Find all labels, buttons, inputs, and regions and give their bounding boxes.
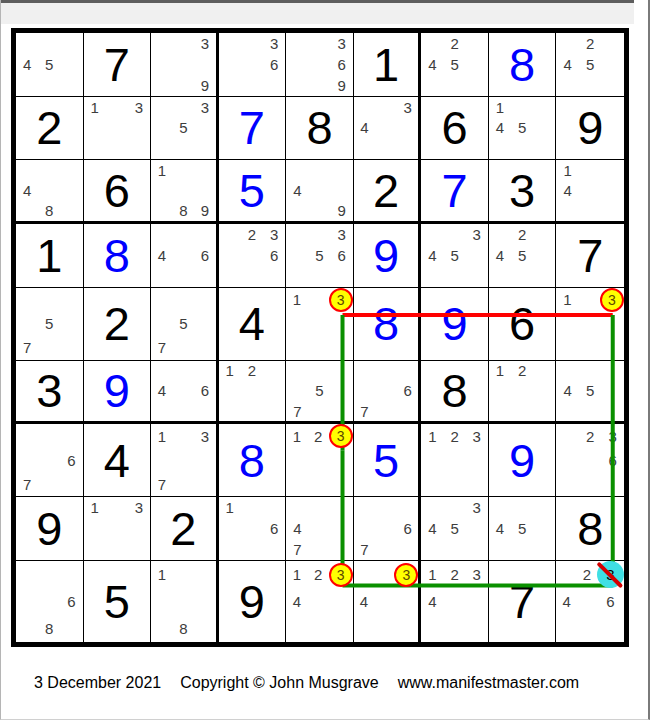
candidate-grid: 12 [219, 361, 286, 422]
sudoku-cell-r4c4: 236 [219, 224, 287, 288]
candidate-empty [263, 266, 285, 287]
candidate-empty [331, 518, 353, 539]
candidate-empty [421, 497, 443, 518]
candidate-empty [16, 312, 38, 336]
sudoku-cell-r2c9: 9 [556, 97, 624, 161]
given-digit: 2 [170, 505, 196, 552]
given-digit: 1 [36, 232, 62, 279]
candidate-empty [511, 539, 533, 560]
sudoku-cell-r2c4: 7 [219, 97, 287, 161]
candidate-empty [489, 381, 511, 401]
sudoku-cell-r5c3: 57 [151, 288, 219, 361]
candidate-empty [194, 266, 216, 287]
candidate-grid: 13 [286, 288, 353, 360]
candidate-grid: 236 [556, 424, 624, 496]
candidate-empty [466, 33, 488, 54]
candidate-grid: 49 [286, 160, 353, 221]
candidate-empty [128, 518, 150, 539]
candidate-empty [421, 539, 443, 560]
candidate-3: 3 [194, 97, 216, 118]
candidate-empty [151, 361, 173, 381]
window-top-bar [1, 0, 634, 24]
candidate-empty [601, 381, 624, 401]
candidate-empty [577, 615, 597, 642]
candidate-grid: 1234 [286, 561, 353, 642]
sudoku-cell-r7c7: 123 [421, 424, 489, 497]
given-digit: 4 [239, 300, 265, 347]
given-digit: 7 [509, 578, 535, 625]
candidate-empty [241, 266, 263, 287]
sudoku-cell-r7c8: 9 [489, 424, 557, 497]
candidate-5: 5 [308, 245, 330, 266]
solved-digit: 7 [239, 104, 265, 151]
candidate-empty [173, 336, 195, 360]
sudoku-cell-r6c3: 46 [151, 361, 219, 425]
sudoku-cell-r5c5: 13 [286, 288, 354, 361]
given-digit: 3 [36, 367, 62, 414]
candidate-empty [151, 224, 173, 245]
candidate-empty [375, 497, 397, 518]
candidate-1: 1 [219, 497, 241, 518]
candidate-grid: 45 [489, 497, 556, 560]
sudoku-cell-r6c5: 57 [286, 361, 354, 425]
candidate-empty [421, 448, 443, 472]
candidate-4: 4 [556, 381, 579, 401]
candidate-grid: 57 [151, 288, 216, 360]
candidate-empty [286, 54, 308, 75]
candidate-grid: 47 [286, 497, 353, 560]
candidate-empty [375, 138, 397, 159]
candidate-empty [16, 448, 38, 472]
candidate-empty [16, 33, 38, 54]
candidate-1: 1 [151, 561, 173, 588]
candidate-1: 1 [84, 497, 106, 518]
solved-digit: 8 [239, 437, 265, 484]
candidate-empty [601, 472, 624, 496]
footer-website: www.manifestmaster.com [398, 674, 579, 692]
candidate-empty [397, 401, 419, 421]
candidate-grid: 35 [151, 97, 216, 160]
candidate-9: 9 [194, 75, 216, 96]
candidate-empty [307, 448, 328, 472]
chain-node-3: 3 [329, 424, 353, 448]
sudoku-cell-r4c1: 1 [16, 224, 84, 288]
candidate-empty [151, 181, 173, 201]
candidate-empty [219, 224, 241, 245]
sudoku-cell-r3c3: 189 [151, 160, 219, 224]
candidate-1: 1 [489, 97, 511, 118]
candidate-empty [286, 497, 308, 518]
candidate-empty [151, 138, 173, 159]
candidate-grid: 14 [556, 160, 624, 221]
candidate-empty [241, 518, 263, 539]
given-digit: 8 [442, 367, 468, 414]
candidate-empty [600, 336, 624, 360]
candidate-empty [331, 381, 353, 401]
candidate-3: 3 [466, 561, 488, 588]
candidate-1: 1 [286, 288, 307, 312]
candidate-empty [286, 266, 308, 287]
candidate-empty [308, 181, 330, 201]
solved-digit: 7 [442, 167, 468, 214]
candidate-empty [286, 336, 307, 360]
candidate-empty [263, 361, 285, 381]
candidate-5: 5 [38, 312, 60, 336]
candidate-empty [60, 288, 82, 312]
candidate-empty [173, 224, 195, 245]
candidate-empty [579, 75, 602, 96]
candidate-empty [60, 615, 82, 642]
candidate-empty [286, 160, 308, 180]
candidate-empty [173, 401, 195, 421]
given-digit: 6 [442, 104, 468, 151]
candidate-empty [173, 245, 195, 266]
candidate-empty [444, 539, 466, 560]
sudoku-cell-r4c9: 7 [556, 224, 624, 288]
candidate-empty [489, 266, 511, 287]
candidate-6: 6 [263, 54, 285, 75]
candidate-2: 2 [511, 224, 533, 245]
candidate-1: 1 [151, 424, 173, 448]
candidate-empty [466, 54, 488, 75]
sudoku-cell-r7c3: 137 [151, 424, 219, 497]
candidate-empty [38, 472, 60, 496]
candidate-3: 3 [331, 33, 353, 54]
candidate-empty [173, 54, 195, 75]
candidate-grid: 245 [556, 33, 624, 96]
candidate-2: 2 [444, 561, 466, 588]
candidate-empty [194, 312, 216, 336]
candidate-3: 3 [466, 497, 488, 518]
candidate-empty [219, 33, 241, 54]
footer-copyright: Copyright © John Musgrave [180, 674, 379, 692]
candidate-empty [241, 497, 263, 518]
candidate-empty [307, 288, 328, 312]
given-digit: 2 [104, 300, 130, 347]
sudoku-cell-r9c1: 68 [16, 561, 84, 642]
candidate-empty [241, 33, 263, 54]
candidate-6: 6 [601, 448, 624, 472]
candidate-empty [308, 361, 330, 381]
candidate-empty [511, 266, 533, 287]
candidate-empty [375, 361, 397, 381]
candidate-empty [308, 54, 330, 75]
candidate-empty [556, 472, 579, 496]
candidate-empty [38, 448, 60, 472]
candidate-empty [374, 561, 394, 588]
candidate-empty [466, 588, 488, 615]
candidate-3: 3 [128, 97, 150, 118]
candidate-empty [601, 201, 624, 221]
candidate-2: 2 [241, 361, 263, 381]
candidate-empty [489, 401, 511, 421]
candidate-empty [329, 312, 353, 336]
candidate-empty [421, 472, 443, 496]
given-digit: 7 [577, 232, 603, 279]
sudoku-cell-r2c1: 2 [16, 97, 84, 161]
candidate-grid: 13 [84, 497, 151, 560]
candidate-empty [578, 336, 600, 360]
candidate-grid: 2346 [556, 561, 624, 642]
sudoku-cell-r8c7: 345 [421, 497, 489, 561]
candidate-empty [374, 615, 394, 642]
sudoku-cell-r8c4: 16 [219, 497, 287, 561]
candidate-6: 6 [597, 588, 624, 615]
sudoku-cell-r7c9: 236 [556, 424, 624, 497]
candidate-3: 3 [466, 224, 488, 245]
candidate-5: 5 [308, 381, 330, 401]
candidate-empty [106, 118, 128, 139]
candidate-grid: 68 [16, 561, 83, 642]
given-digit: 4 [104, 437, 130, 484]
candidate-empty [38, 160, 60, 180]
candidate-empty [444, 615, 466, 642]
candidate-5: 5 [444, 518, 466, 539]
candidate-empty [194, 361, 216, 381]
candidate-empty [397, 138, 419, 159]
candidate-empty [38, 561, 60, 588]
candidate-grid: 145 [489, 97, 556, 160]
candidate-empty [263, 497, 285, 518]
candidate-empty [421, 75, 443, 96]
sudoku-cell-r4c6: 9 [354, 224, 422, 288]
candidate-empty [263, 401, 285, 421]
candidate-empty [286, 33, 308, 54]
sudoku-cell-r3c5: 49 [286, 160, 354, 224]
sudoku-cell-r9c8: 7 [489, 561, 557, 642]
candidate-empty [489, 539, 511, 560]
candidate-empty [331, 361, 353, 381]
candidate-empty [194, 615, 216, 642]
sudoku-cell-r1c4: 36 [219, 33, 287, 97]
candidate-empty [286, 224, 308, 245]
candidate-empty [489, 138, 511, 159]
candidate-empty [151, 288, 173, 312]
given-digit: 6 [104, 167, 130, 214]
candidate-grid: 45 [16, 33, 83, 96]
candidate-empty [128, 138, 150, 159]
candidate-empty [533, 118, 555, 139]
candidate-empty [375, 401, 397, 421]
candidate-empty [331, 539, 353, 560]
candidate-empty [354, 561, 374, 588]
candidate-8: 8 [38, 615, 60, 642]
sudoku-cell-r5c7: 9 [421, 288, 489, 361]
candidate-empty [533, 518, 555, 539]
candidate-empty [194, 54, 216, 75]
candidate-grid: 1234 [421, 561, 488, 642]
candidate-empty [601, 33, 624, 54]
sudoku-cell-r2c8: 145 [489, 97, 557, 161]
candidate-empty [329, 448, 353, 472]
candidate-5: 5 [579, 54, 602, 75]
sudoku-cell-r5c6: 8 [354, 288, 422, 361]
candidate-empty [397, 539, 419, 560]
candidate-empty [466, 518, 488, 539]
candidate-empty [173, 33, 195, 54]
candidate-empty [579, 401, 602, 421]
candidate-3: 3 [331, 224, 353, 245]
candidate-empty [489, 224, 511, 245]
candidate-empty [194, 181, 216, 201]
candidate-empty [308, 33, 330, 54]
sudoku-cell-r7c1: 67 [16, 424, 84, 497]
candidate-4: 4 [556, 588, 576, 615]
candidate-3: 3 [263, 33, 285, 54]
candidate-grid: 57 [16, 288, 83, 360]
candidate-empty [556, 336, 578, 360]
candidate-empty [173, 561, 195, 588]
candidate-empty [16, 75, 38, 96]
candidate-empty [194, 138, 216, 159]
sudoku-cell-r8c5: 47 [286, 497, 354, 561]
sudoku-cell-r1c1: 45 [16, 33, 84, 97]
candidate-empty [511, 381, 533, 401]
candidate-4: 4 [489, 245, 511, 266]
candidate-6: 6 [60, 588, 82, 615]
candidate-6: 6 [397, 381, 419, 401]
candidate-empty [556, 424, 579, 448]
candidate-empty [38, 181, 60, 201]
sudoku-cell-r2c7: 6 [421, 97, 489, 161]
candidate-empty [84, 118, 106, 139]
candidate-grid: 67 [16, 424, 83, 496]
candidate-7: 7 [151, 336, 173, 360]
candidate-grid: 236 [219, 224, 286, 287]
candidate-4: 4 [151, 245, 173, 266]
given-digit: 2 [36, 104, 62, 151]
sudoku-cell-r3c2: 6 [84, 160, 152, 224]
sudoku-cell-r4c8: 245 [489, 224, 557, 288]
sudoku-cell-r6c9: 45 [556, 361, 624, 425]
candidate-empty [106, 539, 128, 560]
sudoku-cell-r7c5: 123 [286, 424, 354, 497]
candidate-empty [173, 288, 195, 312]
candidate-empty [444, 588, 466, 615]
sudoku-cell-r8c6: 67 [354, 497, 422, 561]
candidate-empty [533, 138, 555, 159]
candidate-empty [286, 448, 307, 472]
candidate-5: 5 [173, 118, 195, 139]
candidate-8: 8 [173, 201, 195, 221]
candidate-grid: 123 [286, 424, 353, 496]
candidate-grid: 67 [354, 497, 419, 560]
candidate-empty [173, 160, 195, 180]
candidate-empty [533, 361, 555, 381]
candidate-empty [194, 224, 216, 245]
candidate-empty [444, 224, 466, 245]
candidate-6: 6 [60, 448, 82, 472]
candidate-empty [151, 75, 173, 96]
candidate-4: 4 [556, 181, 579, 201]
candidate-empty [533, 97, 555, 118]
candidate-empty [173, 448, 195, 472]
candidate-empty [556, 561, 576, 588]
candidate-empty [307, 336, 328, 360]
candidate-empty [375, 518, 397, 539]
candidate-empty [354, 615, 374, 642]
candidate-empty [308, 518, 330, 539]
candidate-1: 1 [286, 561, 307, 588]
candidate-1: 1 [286, 424, 307, 448]
given-digit: 5 [104, 578, 130, 625]
sudoku-cell-r4c7: 345 [421, 224, 489, 288]
candidate-empty [578, 288, 600, 312]
sudoku-cell-r2c2: 13 [84, 97, 152, 161]
candidate-empty [38, 33, 60, 54]
candidate-empty [128, 539, 150, 560]
candidate-7: 7 [151, 472, 173, 496]
sudoku-cell-r1c3: 39 [151, 33, 219, 97]
candidate-6: 6 [194, 381, 216, 401]
candidate-empty [286, 245, 308, 266]
candidate-empty [533, 401, 555, 421]
candidate-empty [375, 118, 397, 139]
sudoku-cell-r2c6: 34 [354, 97, 422, 161]
solved-digit: 9 [104, 367, 130, 414]
candidate-empty [60, 33, 82, 54]
candidate-empty [286, 381, 308, 401]
candidate-empty [38, 588, 60, 615]
candidate-2: 2 [511, 361, 533, 381]
sudoku-cell-r3c1: 48 [16, 160, 84, 224]
candidate-empty [38, 424, 60, 448]
sudoku-cell-r7c4: 8 [219, 424, 287, 497]
candidate-empty [511, 401, 533, 421]
candidate-grid: 34 [354, 561, 419, 642]
candidate-empty [375, 381, 397, 401]
candidate-4: 4 [151, 381, 173, 401]
sudoku-cell-r5c8: 6 [489, 288, 557, 361]
candidate-empty [106, 518, 128, 539]
candidate-empty [173, 138, 195, 159]
candidate-2: 2 [577, 561, 597, 588]
chain-node-3: 3 [329, 563, 353, 587]
candidate-empty [556, 615, 576, 642]
candidate-empty [307, 312, 328, 336]
candidate-grid: 67 [354, 361, 419, 422]
candidate-8: 8 [173, 615, 195, 642]
candidate-empty [38, 288, 60, 312]
sudoku-cell-r5c4: 4 [219, 288, 287, 361]
candidate-empty [579, 181, 602, 201]
candidate-empty [331, 181, 353, 201]
candidate-empty [194, 336, 216, 360]
candidate-4: 4 [421, 518, 443, 539]
candidate-empty [511, 97, 533, 118]
candidate-6: 6 [397, 518, 419, 539]
candidate-4: 4 [286, 518, 308, 539]
candidate-grid: 369 [286, 33, 353, 96]
candidate-empty [16, 201, 38, 221]
candidate-empty [578, 312, 600, 336]
candidate-empty [556, 75, 579, 96]
candidate-grid: 245 [489, 224, 556, 287]
given-digit: 8 [577, 505, 603, 552]
sudoku-cell-r1c7: 245 [421, 33, 489, 97]
candidate-empty [601, 75, 624, 96]
candidate-empty [601, 181, 624, 201]
candidate-4: 4 [489, 118, 511, 139]
candidate-9: 9 [331, 201, 353, 221]
candidate-empty [60, 54, 82, 75]
sudoku-cell-r5c1: 57 [16, 288, 84, 361]
candidate-empty [331, 497, 353, 518]
candidate-empty [466, 448, 488, 472]
candidate-3: 3 [397, 97, 419, 118]
candidate-2: 2 [241, 224, 263, 245]
page: 4573936369124582452133578346145948618954… [0, 0, 650, 720]
